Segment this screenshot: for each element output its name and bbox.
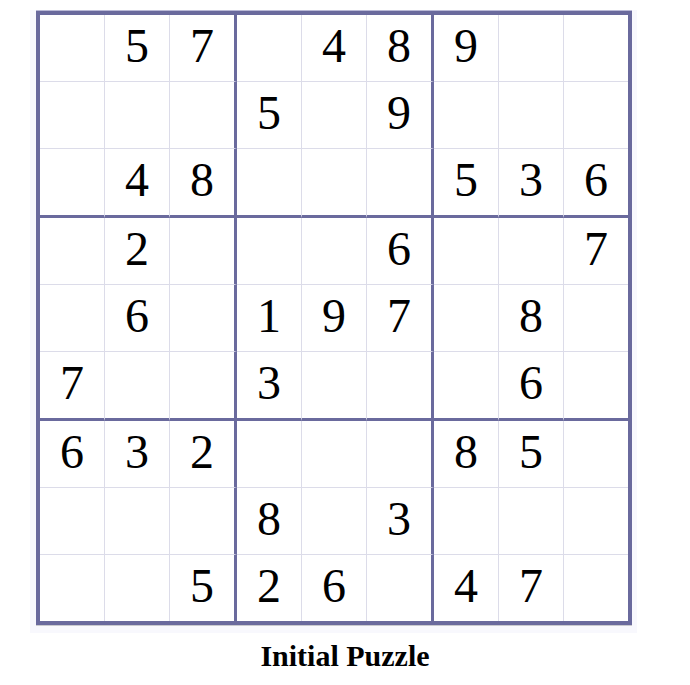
given-digit: 7 xyxy=(584,225,608,273)
given-digit: 6 xyxy=(60,428,84,476)
cell-r8c1[interactable] xyxy=(40,488,105,555)
given-digit: 8 xyxy=(257,495,281,543)
cell-r7c6[interactable] xyxy=(367,421,434,488)
cell-r9c6[interactable] xyxy=(367,555,434,621)
cell-r7c1[interactable]: 6 xyxy=(40,421,105,488)
cell-r2c9[interactable] xyxy=(564,82,628,149)
cell-r3c4[interactable] xyxy=(237,149,302,218)
cell-r3c9[interactable]: 6 xyxy=(564,149,628,218)
cell-r7c7[interactable]: 8 xyxy=(434,421,499,488)
cell-r6c2[interactable] xyxy=(105,352,170,421)
cell-r1c8[interactable] xyxy=(499,15,564,82)
cell-r9c2[interactable] xyxy=(105,555,170,621)
cell-r9c8[interactable]: 7 xyxy=(499,555,564,621)
cell-r1c2[interactable]: 5 xyxy=(105,15,170,82)
cell-r9c9[interactable] xyxy=(564,555,628,621)
given-digit: 1 xyxy=(257,292,281,340)
given-digit: 5 xyxy=(190,562,214,610)
cell-r4c7[interactable] xyxy=(434,218,499,285)
cell-r3c5[interactable] xyxy=(302,149,367,218)
given-digit: 5 xyxy=(125,22,149,70)
given-digit: 4 xyxy=(322,22,346,70)
cell-r4c3[interactable] xyxy=(170,218,237,285)
given-digit: 3 xyxy=(387,495,411,543)
cell-r6c9[interactable] xyxy=(564,352,628,421)
cell-r9c7[interactable]: 4 xyxy=(434,555,499,621)
given-digit: 6 xyxy=(584,156,608,204)
cell-r5c5[interactable]: 9 xyxy=(302,285,367,352)
cell-r8c2[interactable] xyxy=(105,488,170,555)
cell-r5c2[interactable]: 6 xyxy=(105,285,170,352)
given-digit: 3 xyxy=(257,359,281,407)
board-panel: 57489594853626761978736632858352647 xyxy=(30,10,637,633)
cell-r2c6[interactable]: 9 xyxy=(367,82,434,149)
cell-r2c7[interactable] xyxy=(434,82,499,149)
cell-r6c1[interactable]: 7 xyxy=(40,352,105,421)
given-digit: 5 xyxy=(454,156,478,204)
given-digit: 7 xyxy=(519,562,543,610)
cell-r1c3[interactable]: 7 xyxy=(170,15,237,82)
cell-r2c4[interactable]: 5 xyxy=(237,82,302,149)
given-digit: 3 xyxy=(519,156,543,204)
cell-r7c2[interactable]: 3 xyxy=(105,421,170,488)
cell-r2c3[interactable] xyxy=(170,82,237,149)
cell-r5c4[interactable]: 1 xyxy=(237,285,302,352)
cell-r7c4[interactable] xyxy=(237,421,302,488)
cell-r6c6[interactable] xyxy=(367,352,434,421)
given-digit: 9 xyxy=(322,292,346,340)
cell-r3c7[interactable]: 5 xyxy=(434,149,499,218)
cell-r1c1[interactable] xyxy=(40,15,105,82)
cell-r2c2[interactable] xyxy=(105,82,170,149)
cell-r4c5[interactable] xyxy=(302,218,367,285)
cell-r5c6[interactable]: 7 xyxy=(367,285,434,352)
cell-r8c9[interactable] xyxy=(564,488,628,555)
cell-r2c1[interactable] xyxy=(40,82,105,149)
cell-r8c6[interactable]: 3 xyxy=(367,488,434,555)
cell-r7c9[interactable] xyxy=(564,421,628,488)
cell-r5c9[interactable] xyxy=(564,285,628,352)
given-digit: 7 xyxy=(60,359,84,407)
given-digit: 9 xyxy=(454,22,478,70)
cell-r6c3[interactable] xyxy=(170,352,237,421)
cell-r3c3[interactable]: 8 xyxy=(170,149,237,218)
cell-r6c7[interactable] xyxy=(434,352,499,421)
given-digit: 4 xyxy=(454,562,478,610)
cell-r1c5[interactable]: 4 xyxy=(302,15,367,82)
cell-r6c4[interactable]: 3 xyxy=(237,352,302,421)
cell-r1c9[interactable] xyxy=(564,15,628,82)
given-digit: 6 xyxy=(519,359,543,407)
cell-r6c5[interactable] xyxy=(302,352,367,421)
cell-r5c1[interactable] xyxy=(40,285,105,352)
given-digit: 9 xyxy=(387,89,411,137)
given-digit: 8 xyxy=(454,428,478,476)
cell-r4c4[interactable] xyxy=(237,218,302,285)
cell-r4c2[interactable]: 2 xyxy=(105,218,170,285)
cell-r2c8[interactable] xyxy=(499,82,564,149)
given-digit: 2 xyxy=(257,562,281,610)
given-digit: 8 xyxy=(190,156,214,204)
given-digit: 5 xyxy=(257,89,281,137)
cell-r1c7[interactable]: 9 xyxy=(434,15,499,82)
cell-r8c8[interactable] xyxy=(499,488,564,555)
cell-r9c3[interactable]: 5 xyxy=(170,555,237,621)
cell-r6c8[interactable]: 6 xyxy=(499,352,564,421)
given-digit: 2 xyxy=(125,225,149,273)
cell-r4c8[interactable] xyxy=(499,218,564,285)
given-digit: 7 xyxy=(190,22,214,70)
cell-r5c3[interactable] xyxy=(170,285,237,352)
cell-r1c6[interactable]: 8 xyxy=(367,15,434,82)
cell-r7c8[interactable]: 5 xyxy=(499,421,564,488)
cell-r3c6[interactable] xyxy=(367,149,434,218)
cell-r9c1[interactable] xyxy=(40,555,105,621)
puzzle-title: Initial Puzzle xyxy=(0,639,690,673)
given-digit: 6 xyxy=(387,225,411,273)
given-digit: 2 xyxy=(190,428,214,476)
given-digit: 5 xyxy=(519,428,543,476)
given-digit: 8 xyxy=(387,22,411,70)
cell-r4c1[interactable] xyxy=(40,218,105,285)
given-digit: 6 xyxy=(125,292,149,340)
given-digit: 8 xyxy=(519,292,543,340)
given-digit: 7 xyxy=(387,292,411,340)
cell-r2c5[interactable] xyxy=(302,82,367,149)
cell-r9c5[interactable]: 6 xyxy=(302,555,367,621)
given-digit: 6 xyxy=(322,562,346,610)
cell-r8c3[interactable] xyxy=(170,488,237,555)
sudoku-board: 57489594853626761978736632858352647 xyxy=(36,11,632,625)
cell-r8c5[interactable] xyxy=(302,488,367,555)
cell-r3c1[interactable] xyxy=(40,149,105,218)
cell-r8c4[interactable]: 8 xyxy=(237,488,302,555)
cell-r4c9[interactable]: 7 xyxy=(564,218,628,285)
cell-r7c5[interactable] xyxy=(302,421,367,488)
cell-r3c2[interactable]: 4 xyxy=(105,149,170,218)
cell-r7c3[interactable]: 2 xyxy=(170,421,237,488)
cell-r4c6[interactable]: 6 xyxy=(367,218,434,285)
cell-r5c7[interactable] xyxy=(434,285,499,352)
cell-r8c7[interactable] xyxy=(434,488,499,555)
cell-r5c8[interactable]: 8 xyxy=(499,285,564,352)
cell-r3c8[interactable]: 3 xyxy=(499,149,564,218)
cell-r9c4[interactable]: 2 xyxy=(237,555,302,621)
given-digit: 4 xyxy=(125,156,149,204)
given-digit: 3 xyxy=(125,428,149,476)
cell-r1c4[interactable] xyxy=(237,15,302,82)
